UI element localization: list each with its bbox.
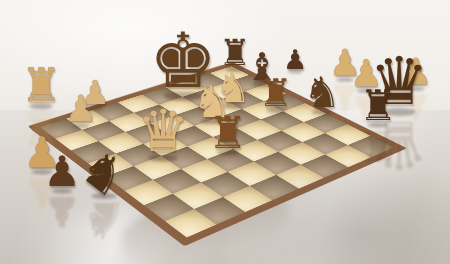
piece-black-knight-f6[interactable]: ♞ xyxy=(303,72,341,114)
black-pawn-left-reflection: ♟ xyxy=(43,190,81,232)
black-rook-right-reflection: ♜ xyxy=(359,124,397,166)
piece-black-rook-e6[interactable]: ♜ xyxy=(259,74,293,112)
piece-black-rook-d4[interactable]: ♜ xyxy=(208,111,247,155)
piece-white-queen-c3[interactable]: ♛ xyxy=(137,102,189,160)
chess-photo-scene: ♜♟♝♟♚♞♜♞♟♞♜♛♜♜♟♟♟♟♞♞♟♟♟♟♜♜♛♛♟♟ xyxy=(0,0,450,264)
piece-white-pawn-a5[interactable]: ♟ xyxy=(65,91,97,127)
piece-black-rook-right[interactable]: ♜ xyxy=(359,85,397,127)
piece-white-rook-left[interactable]: ♜ xyxy=(20,62,61,108)
